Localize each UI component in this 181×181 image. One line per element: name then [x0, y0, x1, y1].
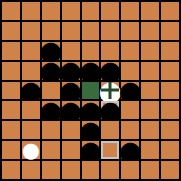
- cell-0-0[interactable]: [2, 2, 20, 20]
- cell-1-0[interactable]: [2, 22, 20, 40]
- cell-3-2[interactable]: ●: [42, 62, 60, 80]
- cell-0-3[interactable]: [62, 2, 80, 20]
- cell-3-8[interactable]: [161, 62, 179, 80]
- black-stone: ●: [62, 101, 80, 119]
- cell-8-1[interactable]: [22, 161, 40, 179]
- cell-0-2[interactable]: [42, 2, 60, 20]
- cell-8-7[interactable]: [141, 161, 159, 179]
- cell-4-3[interactable]: ●: [62, 82, 80, 100]
- cell-0-6[interactable]: [121, 2, 139, 20]
- cell-2-4[interactable]: [82, 42, 100, 60]
- cell-8-2[interactable]: [42, 161, 60, 179]
- cell-0-5[interactable]: [101, 2, 119, 20]
- cell-6-3[interactable]: [62, 121, 80, 139]
- cell-5-2[interactable]: ●: [42, 101, 60, 119]
- cell-7-6[interactable]: ●: [121, 141, 139, 159]
- cell-2-7[interactable]: [141, 42, 159, 60]
- white-stone-with-cross: ●: [101, 82, 119, 100]
- cell-4-2[interactable]: [42, 82, 60, 100]
- cell-1-3[interactable]: [62, 22, 80, 40]
- cell-0-1[interactable]: [22, 2, 40, 20]
- cell-2-2[interactable]: ●: [42, 42, 60, 60]
- cell-5-7[interactable]: [141, 101, 159, 119]
- cell-3-5[interactable]: ●: [101, 62, 119, 80]
- black-stone-gray-framed: ●: [101, 101, 119, 119]
- cell-7-7[interactable]: [141, 141, 159, 159]
- cell-1-5[interactable]: [101, 22, 119, 40]
- cell-4-7[interactable]: [141, 82, 159, 100]
- cell-6-5[interactable]: [101, 121, 119, 139]
- cell-8-0[interactable]: [2, 161, 20, 179]
- cell-5-5[interactable]: ●: [101, 101, 119, 119]
- cell-5-6[interactable]: [121, 101, 139, 119]
- cell-1-1[interactable]: [22, 22, 40, 40]
- cell-0-8[interactable]: [161, 2, 179, 20]
- cell-4-5[interactable]: ●: [101, 82, 119, 100]
- cell-7-0[interactable]: [2, 141, 20, 159]
- cell-5-8[interactable]: [161, 101, 179, 119]
- cell-1-2[interactable]: [42, 22, 60, 40]
- cell-1-7[interactable]: [141, 22, 159, 40]
- cell-2-3[interactable]: [62, 42, 80, 60]
- cell-0-7[interactable]: [141, 2, 159, 20]
- cell-3-1[interactable]: [22, 62, 40, 80]
- white-stone: ●: [22, 141, 40, 159]
- cell-3-0[interactable]: [2, 62, 20, 80]
- cell-3-7[interactable]: [141, 62, 159, 80]
- black-stone: ●: [82, 141, 100, 159]
- cell-6-1[interactable]: [22, 121, 40, 139]
- black-stone: ●: [62, 82, 80, 100]
- cell-6-4[interactable]: ●: [82, 121, 100, 139]
- cell-8-5[interactable]: [101, 161, 119, 179]
- cell-8-8[interactable]: [161, 161, 179, 179]
- cell-4-6[interactable]: ●: [121, 82, 139, 100]
- cell-7-8[interactable]: [161, 141, 179, 159]
- cell-4-8[interactable]: [161, 82, 179, 100]
- cell-3-4[interactable]: ●: [82, 62, 100, 80]
- black-stone: ●: [82, 101, 100, 119]
- cell-2-8[interactable]: [161, 42, 179, 60]
- cell-7-1[interactable]: ●: [22, 141, 40, 159]
- black-stone: ●: [121, 141, 139, 159]
- cell-5-0[interactable]: [2, 101, 20, 119]
- cell-6-2[interactable]: [42, 121, 60, 139]
- cell-8-6[interactable]: [121, 161, 139, 179]
- cell-4-1[interactable]: ●: [22, 82, 40, 100]
- cell-2-5[interactable]: [101, 42, 119, 60]
- cell-2-1[interactable]: [22, 42, 40, 60]
- game-board: ●●●●●●●●●●●●●●●●●: [0, 0, 181, 181]
- cell-4-0[interactable]: [2, 82, 20, 100]
- cell-2-6[interactable]: [121, 42, 139, 60]
- cell-7-3[interactable]: [62, 141, 80, 159]
- cell-2-0[interactable]: [2, 42, 20, 60]
- cell-3-3[interactable]: ●: [62, 62, 80, 80]
- cell-1-4[interactable]: [82, 22, 100, 40]
- black-stone: ●: [82, 62, 100, 80]
- cell-6-7[interactable]: [141, 121, 159, 139]
- black-stone: ●: [42, 42, 60, 60]
- cell-8-4[interactable]: [82, 161, 100, 179]
- cell-7-2[interactable]: [42, 141, 60, 159]
- cell-3-6[interactable]: [121, 62, 139, 80]
- cell-4-4[interactable]: [82, 82, 100, 100]
- cross-marker-horizontal: [101, 89, 119, 92]
- cell-7-4[interactable]: ●: [82, 141, 100, 159]
- cell-6-0[interactable]: [2, 121, 20, 139]
- cell-5-3[interactable]: ●: [62, 101, 80, 119]
- cell-7-5[interactable]: [101, 141, 119, 159]
- black-stone: ●: [62, 62, 80, 80]
- cell-8-3[interactable]: [62, 161, 80, 179]
- cross-marker-vertical: [109, 82, 112, 100]
- black-stone: ●: [42, 101, 60, 119]
- cell-6-6[interactable]: [121, 121, 139, 139]
- cell-5-4[interactable]: ●: [82, 101, 100, 119]
- cell-5-1[interactable]: [22, 101, 40, 119]
- cell-0-4[interactable]: [82, 2, 100, 20]
- black-stone: ●: [42, 62, 60, 80]
- black-stone: ●: [121, 82, 139, 100]
- cell-1-6[interactable]: [121, 22, 139, 40]
- black-stone: ●: [22, 82, 40, 100]
- cell-6-8[interactable]: [161, 121, 179, 139]
- black-stone: ●: [82, 121, 100, 139]
- black-stone: ●: [101, 62, 119, 80]
- cell-1-8[interactable]: [161, 22, 179, 40]
